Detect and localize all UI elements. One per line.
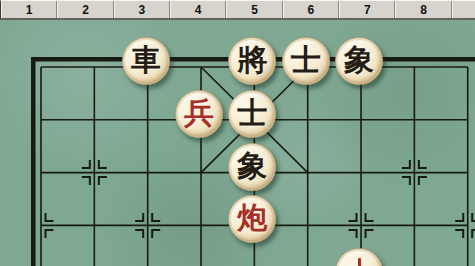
- ruler-cell-3[interactable]: 3: [114, 1, 170, 18]
- ruler-cell-1[interactable]: 1: [1, 1, 57, 18]
- ruler-cell-2[interactable]: 2: [57, 1, 113, 18]
- piece-glyph: 兵: [184, 98, 214, 128]
- ruler-cell-6[interactable]: 6: [283, 1, 339, 18]
- ruler-cell-4[interactable]: 4: [170, 1, 226, 18]
- piece-red-soldier[interactable]: 兵: [175, 90, 223, 138]
- piece-glyph: 將: [237, 45, 267, 75]
- piece-black-elephant-1[interactable]: 象: [335, 37, 383, 85]
- xiangqi-app-window: 12345678 車將士象兵士象炮: [0, 0, 475, 266]
- piece-glyph: 炮: [237, 203, 267, 233]
- piece-black-chariot[interactable]: 車: [122, 37, 170, 85]
- piece-glyph: 象: [237, 151, 267, 181]
- piece-glyph: 車: [131, 45, 161, 75]
- ruler-cell-9[interactable]: [452, 1, 475, 18]
- ruler-cell-8[interactable]: 8: [395, 1, 451, 18]
- file-ruler: 12345678: [0, 0, 475, 20]
- ruler-cell-7[interactable]: 7: [339, 1, 395, 18]
- piece-black-advisor-2[interactable]: 士: [228, 90, 276, 138]
- ruler-cell-5[interactable]: 5: [226, 1, 282, 18]
- piece-glyph: 士: [237, 98, 267, 128]
- partial-piece-red-stroke: [358, 258, 361, 266]
- piece-glyph: 象: [344, 45, 374, 75]
- piece-glyph: 士: [291, 45, 321, 75]
- piece-black-advisor-1[interactable]: 士: [282, 37, 330, 85]
- piece-black-elephant-2[interactable]: 象: [228, 143, 276, 191]
